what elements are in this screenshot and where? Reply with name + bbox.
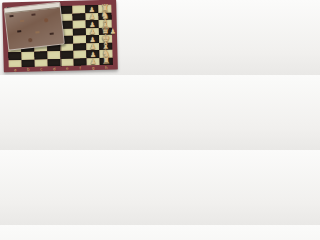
file-label-c: c — [35, 66, 48, 71]
chess-piece-white-P-g1[interactable]: ♟ — [90, 59, 96, 66]
chess-board: ♟♜♟♞♟♝♟♛♟♚♟♝♟♞♟♜ ♟ abcdefgh — [2, 0, 118, 72]
file-label-f: f — [74, 65, 87, 70]
chess-piece-white-R-h1[interactable]: ♜ — [102, 56, 111, 66]
file-label-a: a — [9, 67, 22, 72]
file-label-b: b — [22, 67, 35, 72]
file-label-d: d — [48, 66, 61, 71]
photo-background: ♟♜♟♞♟♝♟♛♟♚♟♝♟♞♟♜ ♟ abcdefgh — [0, 0, 126, 75]
pieces-layer: ♟♜♟♞♟♝♟♛♟♚♟♝♟♞♟♜ — [7, 5, 112, 68]
file-label-e: e — [61, 66, 74, 71]
chess-piece-white-loose-pawn[interactable]: ♟ — [110, 29, 116, 36]
